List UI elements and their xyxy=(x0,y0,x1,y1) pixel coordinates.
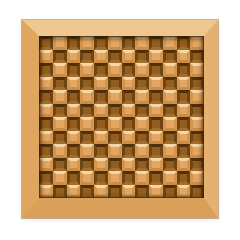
board-square xyxy=(80,36,94,50)
board-square xyxy=(149,36,163,50)
board-square xyxy=(122,90,136,104)
board-square xyxy=(190,131,204,145)
board-square xyxy=(149,171,163,185)
board-square xyxy=(135,185,149,199)
board-square xyxy=(135,90,149,104)
board-square xyxy=(190,185,204,199)
board-square xyxy=(94,63,108,77)
board-square xyxy=(149,104,163,118)
board-square xyxy=(80,63,94,77)
board-square xyxy=(122,131,136,145)
board-square xyxy=(177,104,191,118)
board-square xyxy=(53,63,67,77)
board-square xyxy=(135,63,149,77)
board-square xyxy=(67,158,81,172)
board-square xyxy=(177,185,191,199)
board-square xyxy=(80,171,94,185)
board-square xyxy=(149,158,163,172)
board-square xyxy=(149,90,163,104)
board-square xyxy=(67,63,81,77)
board-square xyxy=(39,36,53,50)
checkerboard xyxy=(39,36,204,198)
board-square xyxy=(67,185,81,199)
board-square xyxy=(53,77,67,91)
board-square xyxy=(80,185,94,199)
board-square xyxy=(67,36,81,50)
board-square xyxy=(122,50,136,64)
board-square xyxy=(122,171,136,185)
board-square xyxy=(149,63,163,77)
board-square xyxy=(53,158,67,172)
board-square xyxy=(53,50,67,64)
board-square xyxy=(190,90,204,104)
board-square xyxy=(135,77,149,91)
board-square xyxy=(122,36,136,50)
board-square xyxy=(80,117,94,131)
board-square xyxy=(190,158,204,172)
board-square xyxy=(67,50,81,64)
board-square xyxy=(177,90,191,104)
board-square xyxy=(122,104,136,118)
board-square xyxy=(67,144,81,158)
board-square xyxy=(149,50,163,64)
board-square xyxy=(80,158,94,172)
board-square xyxy=(94,158,108,172)
board-square xyxy=(80,77,94,91)
board-square xyxy=(67,131,81,145)
product-photo-background xyxy=(0,0,240,240)
board-square xyxy=(177,50,191,64)
board-square xyxy=(135,171,149,185)
board-square xyxy=(39,117,53,131)
board-square xyxy=(122,77,136,91)
board-square xyxy=(108,36,122,50)
wood-frame xyxy=(22,20,218,218)
board-square xyxy=(190,104,204,118)
board-square xyxy=(108,158,122,172)
board-square xyxy=(108,131,122,145)
board-square xyxy=(135,158,149,172)
board-square xyxy=(122,158,136,172)
board-square xyxy=(53,131,67,145)
board-square xyxy=(163,90,177,104)
board-square xyxy=(163,185,177,199)
board-square xyxy=(190,171,204,185)
board-square xyxy=(177,63,191,77)
board-square xyxy=(149,185,163,199)
board-square xyxy=(163,63,177,77)
board-square xyxy=(163,117,177,131)
board-square xyxy=(122,63,136,77)
board-square xyxy=(163,50,177,64)
board-square xyxy=(80,131,94,145)
board-square xyxy=(108,77,122,91)
board-square xyxy=(108,63,122,77)
board-square xyxy=(80,50,94,64)
board-square xyxy=(108,117,122,131)
board-square xyxy=(94,90,108,104)
board-square xyxy=(108,185,122,199)
board-square xyxy=(94,131,108,145)
board-square xyxy=(53,171,67,185)
board-square xyxy=(177,144,191,158)
board-square xyxy=(149,144,163,158)
board-square xyxy=(190,50,204,64)
board-square xyxy=(163,77,177,91)
board-square xyxy=(94,50,108,64)
board-square xyxy=(80,144,94,158)
board-square xyxy=(177,36,191,50)
board-square xyxy=(163,158,177,172)
board-square xyxy=(163,131,177,145)
board-square xyxy=(53,104,67,118)
board-square xyxy=(94,36,108,50)
board-square xyxy=(39,104,53,118)
board-square xyxy=(94,171,108,185)
board-square xyxy=(94,77,108,91)
board-square xyxy=(94,144,108,158)
board-square xyxy=(39,77,53,91)
board-square xyxy=(190,36,204,50)
board-square xyxy=(108,50,122,64)
board-square xyxy=(39,63,53,77)
board-square xyxy=(163,171,177,185)
board-square xyxy=(67,77,81,91)
board-square xyxy=(108,171,122,185)
board-square xyxy=(190,63,204,77)
board-square xyxy=(108,90,122,104)
board-square xyxy=(53,144,67,158)
board-square xyxy=(94,117,108,131)
board-square xyxy=(94,185,108,199)
board-square xyxy=(135,131,149,145)
board-square xyxy=(39,158,53,172)
board-square xyxy=(122,144,136,158)
board-square xyxy=(39,144,53,158)
board-square xyxy=(39,90,53,104)
board-square xyxy=(108,104,122,118)
board-square xyxy=(39,131,53,145)
board-square xyxy=(135,104,149,118)
board-square xyxy=(135,144,149,158)
board-square xyxy=(53,90,67,104)
board-square xyxy=(163,36,177,50)
board-square xyxy=(39,50,53,64)
board-square xyxy=(177,171,191,185)
board-square xyxy=(94,104,108,118)
board-square xyxy=(67,171,81,185)
board-square xyxy=(108,144,122,158)
board-square xyxy=(135,50,149,64)
board-square xyxy=(53,185,67,199)
board-square xyxy=(39,185,53,199)
board-square xyxy=(177,77,191,91)
board-square xyxy=(39,171,53,185)
board-square xyxy=(80,90,94,104)
board-square xyxy=(53,36,67,50)
board-square xyxy=(177,117,191,131)
board-square xyxy=(53,117,67,131)
board-square xyxy=(67,90,81,104)
board-square xyxy=(163,104,177,118)
board-square xyxy=(190,77,204,91)
board-square xyxy=(190,117,204,131)
board-square xyxy=(149,77,163,91)
board-square xyxy=(80,104,94,118)
board-square xyxy=(149,117,163,131)
board-square xyxy=(122,117,136,131)
board-square xyxy=(190,144,204,158)
board-square xyxy=(122,185,136,199)
board-square xyxy=(149,131,163,145)
board-square xyxy=(67,104,81,118)
board-square xyxy=(163,144,177,158)
board-square xyxy=(67,117,81,131)
board-square xyxy=(177,131,191,145)
board-square xyxy=(135,117,149,131)
board-square xyxy=(177,158,191,172)
board-square xyxy=(135,36,149,50)
